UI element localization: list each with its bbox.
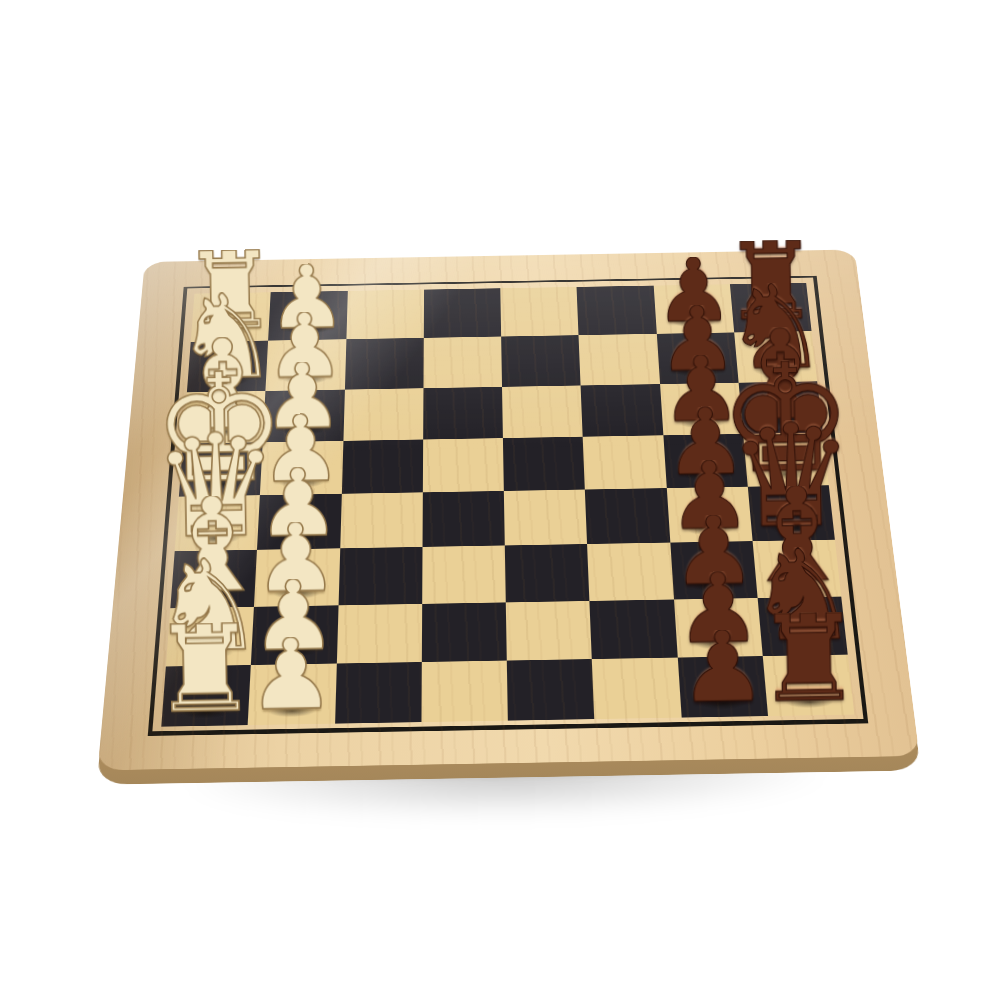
- white-pawn[interactable]: ♟: [246, 637, 335, 715]
- piece-cell: [504, 490, 587, 546]
- black-pawn[interactable]: ♟: [678, 629, 767, 707]
- piece-cell: [422, 491, 505, 547]
- board-square[interactable]: [346, 290, 424, 340]
- piece-cell: ♟: [677, 656, 768, 718]
- board-tilt-wrap: ♜♟♟♜♞♟♟♞♝♟♟♝♚♟♟♚♛♟♟♛♝♟♟♝♞♟♟♞♜♟♟♜: [0, 0, 1001, 1001]
- piece-cell: [421, 660, 508, 722]
- board-square[interactable]: [341, 439, 423, 493]
- board-square[interactable]: [583, 435, 666, 489]
- board-square[interactable]: [653, 284, 734, 334]
- board-square[interactable]: [268, 291, 347, 341]
- piece-cell: [422, 546, 506, 604]
- board-square[interactable]: [187, 341, 268, 392]
- board-square[interactable]: [343, 388, 423, 441]
- black-rook[interactable]: ♜: [755, 611, 863, 706]
- board-square[interactable]: [423, 438, 504, 492]
- piece-cell: [592, 657, 681, 719]
- board-square[interactable]: [501, 335, 581, 386]
- board-square[interactable]: [266, 339, 346, 390]
- board-square[interactable]: [344, 338, 423, 389]
- board-square[interactable]: [503, 437, 585, 491]
- piece-cell: [507, 659, 595, 721]
- white-rook[interactable]: ♜: [150, 622, 258, 717]
- board-square[interactable]: [656, 333, 738, 384]
- piece-cell: ♜: [762, 654, 854, 716]
- piece-cell: ♜: [161, 665, 251, 727]
- piece-cell: [336, 604, 422, 664]
- board-square[interactable]: [191, 292, 271, 342]
- board-square[interactable]: [502, 385, 583, 438]
- board-square[interactable]: [577, 286, 657, 336]
- board-square[interactable]: [423, 387, 503, 440]
- board-square[interactable]: [579, 334, 660, 385]
- piece-cell: [422, 602, 507, 662]
- piece-cell: ♟: [248, 663, 336, 725]
- board-square[interactable]: [500, 287, 578, 337]
- board-square[interactable]: [581, 384, 663, 437]
- piece-cell: [340, 492, 423, 548]
- product-photo-scene: ♜♟♟♜♞♟♟♞♝♟♟♝♚♟♟♚♛♟♟♛♝♟♟♝♞♟♟♞♜♟♟♜: [0, 0, 1001, 1001]
- board-square[interactable]: [734, 331, 817, 382]
- chess-board-3d: ♜♟♟♜♞♟♟♞♝♟♟♝♚♟♟♚♛♟♟♛♝♟♟♝♞♟♟♞♜♟♟♜: [98, 250, 920, 771]
- board-square[interactable]: [424, 288, 502, 338]
- board-square[interactable]: [423, 337, 502, 388]
- piece-cell: [335, 662, 422, 724]
- board-square[interactable]: [730, 283, 812, 333]
- piece-cell: [585, 488, 670, 544]
